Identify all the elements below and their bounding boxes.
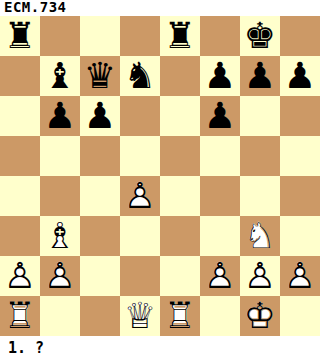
black-king-piece: ♚: [240, 16, 280, 56]
square-a8[interactable]: ♜: [0, 16, 40, 56]
square-d4[interactable]: ♟♙: [120, 176, 160, 216]
square-c3[interactable]: [80, 216, 120, 256]
white-pawn-piece: ♟♙: [40, 256, 80, 296]
square-b7[interactable]: ♝: [40, 56, 80, 96]
square-e1[interactable]: ♜♖: [160, 296, 200, 336]
black-pawn-piece: ♟: [80, 96, 120, 136]
square-e3[interactable]: [160, 216, 200, 256]
square-b5[interactable]: [40, 136, 80, 176]
square-d3[interactable]: [120, 216, 160, 256]
square-h3[interactable]: [280, 216, 320, 256]
square-c4[interactable]: [80, 176, 120, 216]
black-knight-piece: ♞: [120, 56, 160, 96]
white-knight-piece: ♞♘: [240, 216, 280, 256]
square-e8[interactable]: ♜: [160, 16, 200, 56]
square-h6[interactable]: [280, 96, 320, 136]
puzzle-title: ECM.734: [0, 0, 320, 16]
square-a6[interactable]: [0, 96, 40, 136]
square-a2[interactable]: ♟♙: [0, 256, 40, 296]
white-pawn-piece: ♟♙: [240, 256, 280, 296]
square-g2[interactable]: ♟♙: [240, 256, 280, 296]
square-b4[interactable]: [40, 176, 80, 216]
square-h2[interactable]: ♟♙: [280, 256, 320, 296]
square-d8[interactable]: [120, 16, 160, 56]
square-b3[interactable]: ♝♗: [40, 216, 80, 256]
square-f4[interactable]: [200, 176, 240, 216]
square-e5[interactable]: [160, 136, 200, 176]
square-f6[interactable]: ♟: [200, 96, 240, 136]
square-a7[interactable]: [0, 56, 40, 96]
black-queen-piece: ♛: [80, 56, 120, 96]
square-e2[interactable]: [160, 256, 200, 296]
black-pawn-piece: ♟: [280, 56, 320, 96]
white-pawn-piece: ♟♙: [120, 176, 160, 216]
white-pawn-piece: ♟♙: [0, 256, 40, 296]
square-g8[interactable]: ♚: [240, 16, 280, 56]
square-g1[interactable]: ♚♔: [240, 296, 280, 336]
square-h8[interactable]: [280, 16, 320, 56]
square-g4[interactable]: [240, 176, 280, 216]
square-g6[interactable]: [240, 96, 280, 136]
square-a4[interactable]: [0, 176, 40, 216]
white-pawn-piece: ♟♙: [280, 256, 320, 296]
black-pawn-piece: ♟: [40, 96, 80, 136]
black-pawn-piece: ♟: [200, 96, 240, 136]
square-g5[interactable]: [240, 136, 280, 176]
white-rook-piece: ♜♖: [0, 296, 40, 336]
black-pawn-piece: ♟: [200, 56, 240, 96]
square-b8[interactable]: [40, 16, 80, 56]
square-c7[interactable]: ♛: [80, 56, 120, 96]
square-e6[interactable]: [160, 96, 200, 136]
move-prompt: 1. ?: [0, 336, 320, 360]
square-b1[interactable]: [40, 296, 80, 336]
black-rook-piece: ♜: [0, 16, 40, 56]
square-c6[interactable]: ♟: [80, 96, 120, 136]
square-f2[interactable]: ♟♙: [200, 256, 240, 296]
square-c1[interactable]: [80, 296, 120, 336]
square-f8[interactable]: [200, 16, 240, 56]
square-f3[interactable]: [200, 216, 240, 256]
white-king-piece: ♚♔: [240, 296, 280, 336]
square-d7[interactable]: ♞: [120, 56, 160, 96]
square-a3[interactable]: [0, 216, 40, 256]
square-d1[interactable]: ♛♕: [120, 296, 160, 336]
square-b2[interactable]: ♟♙: [40, 256, 80, 296]
square-d6[interactable]: [120, 96, 160, 136]
square-h5[interactable]: [280, 136, 320, 176]
square-f5[interactable]: [200, 136, 240, 176]
white-queen-piece: ♛♕: [120, 296, 160, 336]
square-h4[interactable]: [280, 176, 320, 216]
square-g3[interactable]: ♞♘: [240, 216, 280, 256]
black-rook-piece: ♜: [160, 16, 200, 56]
white-bishop-piece: ♝♗: [40, 216, 80, 256]
square-c2[interactable]: [80, 256, 120, 296]
black-bishop-piece: ♝: [40, 56, 80, 96]
chess-board: ♜♜♚♝♛♞♟♟♟♟♟♟♟♙♝♗♞♘♟♙♟♙♟♙♟♙♟♙♜♖♛♕♜♖♚♔: [0, 16, 320, 336]
white-rook-piece: ♜♖: [160, 296, 200, 336]
square-c5[interactable]: [80, 136, 120, 176]
black-pawn-piece: ♟: [240, 56, 280, 96]
square-a1[interactable]: ♜♖: [0, 296, 40, 336]
square-d2[interactable]: [120, 256, 160, 296]
square-d5[interactable]: [120, 136, 160, 176]
square-e7[interactable]: [160, 56, 200, 96]
square-g7[interactable]: ♟: [240, 56, 280, 96]
square-c8[interactable]: [80, 16, 120, 56]
square-e4[interactable]: [160, 176, 200, 216]
square-a5[interactable]: [0, 136, 40, 176]
square-f1[interactable]: [200, 296, 240, 336]
white-pawn-piece: ♟♙: [200, 256, 240, 296]
square-b6[interactable]: ♟: [40, 96, 80, 136]
square-h7[interactable]: ♟: [280, 56, 320, 96]
square-h1[interactable]: [280, 296, 320, 336]
square-f7[interactable]: ♟: [200, 56, 240, 96]
